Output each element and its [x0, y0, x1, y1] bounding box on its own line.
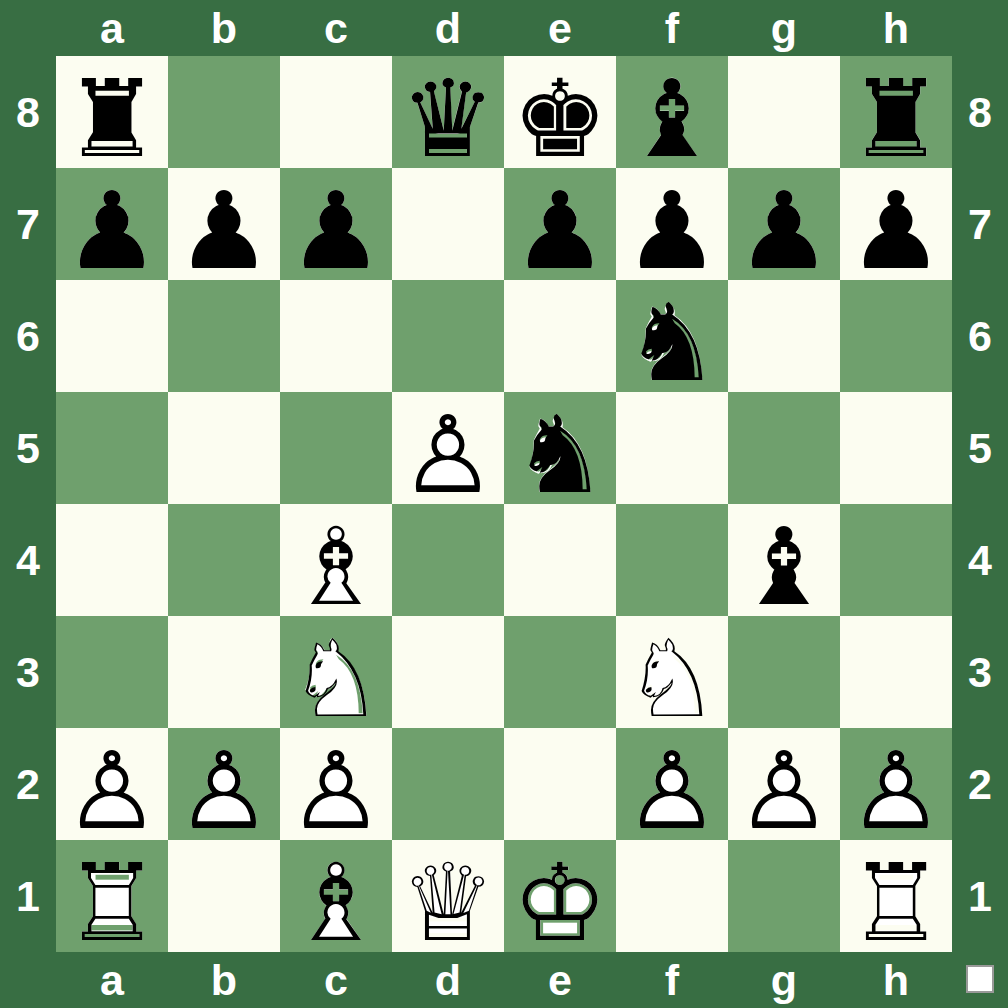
file-label-bottom-h: h	[840, 952, 952, 1008]
square-e1[interactable]: ♚♔	[504, 840, 616, 952]
piece-glyph-line: ♞	[504, 399, 616, 511]
file-label-bottom-d: d	[392, 952, 504, 1008]
square-d7[interactable]	[392, 168, 504, 280]
square-a7[interactable]: ♙♟	[56, 168, 168, 280]
square-e3[interactable]	[504, 616, 616, 728]
piece-black-king[interactable]: ♔♚	[504, 56, 616, 168]
rank-label-right-6: 6	[952, 280, 1008, 392]
rank-label-left-4: 4	[0, 504, 56, 616]
rank-label-left-5: 5	[0, 392, 56, 504]
square-g2[interactable]: ♟♙	[728, 728, 840, 840]
square-f3[interactable]: ♞♘	[616, 616, 728, 728]
rank-label-right-3: 3	[952, 616, 1008, 728]
piece-glyph-line: ♖	[840, 847, 952, 959]
file-label-bottom-e: e	[504, 952, 616, 1008]
piece-glyph-line: ♙	[728, 735, 840, 847]
piece-glyph-line: ♗	[280, 847, 392, 959]
piece-black-pawn[interactable]: ♙♟	[728, 168, 840, 280]
piece-glyph-line: ♟	[840, 175, 952, 287]
square-f7[interactable]: ♙♟	[616, 168, 728, 280]
square-e4[interactable]	[504, 504, 616, 616]
piece-glyph-line: ♟	[280, 175, 392, 287]
square-a1[interactable]: ♜♖	[56, 840, 168, 952]
square-h5[interactable]	[840, 392, 952, 504]
rank-label-right-7: 7	[952, 168, 1008, 280]
piece-black-pawn[interactable]: ♙♟	[168, 168, 280, 280]
file-label-bottom-b: b	[168, 952, 280, 1008]
square-c1[interactable]: ♝♗	[280, 840, 392, 952]
piece-white-pawn[interactable]: ♟♙	[168, 728, 280, 840]
square-d3[interactable]	[392, 616, 504, 728]
piece-white-pawn[interactable]: ♟♙	[728, 728, 840, 840]
square-c3[interactable]: ♞♘	[280, 616, 392, 728]
piece-glyph-line: ♟	[616, 175, 728, 287]
square-g3[interactable]	[728, 616, 840, 728]
square-b4[interactable]	[168, 504, 280, 616]
file-label-bottom-f: f	[616, 952, 728, 1008]
piece-glyph-line: ♜	[840, 63, 952, 175]
file-label-top-e: e	[504, 0, 616, 56]
square-e8[interactable]: ♔♚	[504, 56, 616, 168]
piece-glyph-line: ♚	[504, 63, 616, 175]
square-b1[interactable]	[168, 840, 280, 952]
square-b5[interactable]	[168, 392, 280, 504]
piece-black-rook[interactable]: ♖♜	[56, 56, 168, 168]
rank-label-right-1: 1	[952, 840, 1008, 952]
piece-glyph-line: ♕	[392, 847, 504, 959]
square-e2[interactable]	[504, 728, 616, 840]
piece-glyph-line: ♗	[280, 511, 392, 623]
piece-white-pawn[interactable]: ♟♙	[280, 728, 392, 840]
piece-glyph-line: ♙	[392, 399, 504, 511]
square-h8[interactable]: ♖♜	[840, 56, 952, 168]
white-to-move-indicator	[966, 965, 994, 993]
piece-glyph-line: ♔	[504, 847, 616, 959]
square-h3[interactable]	[840, 616, 952, 728]
piece-white-knight[interactable]: ♞♘	[616, 616, 728, 728]
square-c5[interactable]	[280, 392, 392, 504]
piece-glyph-line: ♟	[56, 175, 168, 287]
square-c2[interactable]: ♟♙	[280, 728, 392, 840]
rank-label-left-1: 1	[0, 840, 56, 952]
piece-glyph-line: ♖	[56, 847, 168, 959]
square-c4[interactable]: ♝♗	[280, 504, 392, 616]
square-a6[interactable]	[56, 280, 168, 392]
chess-board-frame: ♖♜♕♛♔♚♗♝♖♜♙♟♙♟♙♟♙♟♙♟♙♟♙♟♘♞♟♙♘♞♝♗♗♝♞♘♞♘♟♙…	[0, 0, 1008, 1008]
rank-label-left-7: 7	[0, 168, 56, 280]
piece-white-king[interactable]: ♚♔	[504, 840, 616, 952]
square-g4[interactable]: ♗♝	[728, 504, 840, 616]
square-f6[interactable]: ♘♞	[616, 280, 728, 392]
piece-black-pawn[interactable]: ♙♟	[56, 168, 168, 280]
piece-black-bishop[interactable]: ♗♝	[616, 56, 728, 168]
piece-glyph-line: ♘	[616, 623, 728, 735]
piece-glyph-line: ♞	[616, 287, 728, 399]
square-g7[interactable]: ♙♟	[728, 168, 840, 280]
rank-label-right-5: 5	[952, 392, 1008, 504]
file-label-top-g: g	[728, 0, 840, 56]
piece-white-pawn[interactable]: ♟♙	[392, 392, 504, 504]
piece-glyph-line: ♟	[728, 175, 840, 287]
piece-glyph-line: ♛	[392, 63, 504, 175]
piece-glyph-line: ♜	[56, 63, 168, 175]
square-d6[interactable]	[392, 280, 504, 392]
square-e7[interactable]: ♙♟	[504, 168, 616, 280]
piece-glyph-line: ♘	[280, 623, 392, 735]
piece-glyph-line: ♝	[616, 63, 728, 175]
file-label-top-a: a	[56, 0, 168, 56]
square-f4[interactable]	[616, 504, 728, 616]
file-label-bottom-g: g	[728, 952, 840, 1008]
file-label-top-h: h	[840, 0, 952, 56]
square-a4[interactable]	[56, 504, 168, 616]
file-label-bottom-c: c	[280, 952, 392, 1008]
file-label-bottom-a: a	[56, 952, 168, 1008]
square-b7[interactable]: ♙♟	[168, 168, 280, 280]
piece-black-knight[interactable]: ♘♞	[504, 392, 616, 504]
square-a5[interactable]	[56, 392, 168, 504]
square-c8[interactable]	[280, 56, 392, 168]
piece-black-rook[interactable]: ♖♜	[840, 56, 952, 168]
rank-label-right-4: 4	[952, 504, 1008, 616]
piece-black-pawn[interactable]: ♙♟	[840, 168, 952, 280]
piece-black-pawn[interactable]: ♙♟	[616, 168, 728, 280]
square-g6[interactable]	[728, 280, 840, 392]
file-label-top-c: c	[280, 0, 392, 56]
piece-white-pawn[interactable]: ♟♙	[840, 728, 952, 840]
rank-label-left-6: 6	[0, 280, 56, 392]
piece-white-bishop[interactable]: ♝♗	[280, 840, 392, 952]
square-d1[interactable]: ♛♕	[392, 840, 504, 952]
piece-white-pawn[interactable]: ♟♙	[56, 728, 168, 840]
piece-glyph-line: ♝	[728, 511, 840, 623]
square-d2[interactable]	[392, 728, 504, 840]
square-d8[interactable]: ♕♛	[392, 56, 504, 168]
file-label-top-f: f	[616, 0, 728, 56]
file-label-top-d: d	[392, 0, 504, 56]
rank-label-left-3: 3	[0, 616, 56, 728]
square-a3[interactable]	[56, 616, 168, 728]
piece-black-pawn[interactable]: ♙♟	[504, 168, 616, 280]
square-f1[interactable]	[616, 840, 728, 952]
rank-label-right-2: 2	[952, 728, 1008, 840]
square-c6[interactable]	[280, 280, 392, 392]
piece-glyph-line: ♟	[504, 175, 616, 287]
square-e5[interactable]: ♘♞	[504, 392, 616, 504]
piece-white-pawn[interactable]: ♟♙	[616, 728, 728, 840]
piece-white-bishop[interactable]: ♝♗	[280, 504, 392, 616]
square-d4[interactable]	[392, 504, 504, 616]
square-h7[interactable]: ♙♟	[840, 168, 952, 280]
piece-glyph-line: ♟	[168, 175, 280, 287]
square-f8[interactable]: ♗♝	[616, 56, 728, 168]
square-c7[interactable]: ♙♟	[280, 168, 392, 280]
rank-label-left-8: 8	[0, 56, 56, 168]
square-h1[interactable]: ♜♖	[840, 840, 952, 952]
square-a2[interactable]: ♟♙	[56, 728, 168, 840]
piece-glyph-line: ♙	[616, 735, 728, 847]
square-g8[interactable]	[728, 56, 840, 168]
file-label-top-b: b	[168, 0, 280, 56]
square-h6[interactable]	[840, 280, 952, 392]
piece-black-queen[interactable]: ♕♛	[392, 56, 504, 168]
piece-white-rook[interactable]: ♜♖	[56, 840, 168, 952]
piece-glyph-line: ♙	[168, 735, 280, 847]
square-d5[interactable]: ♟♙	[392, 392, 504, 504]
piece-black-bishop[interactable]: ♗♝	[728, 504, 840, 616]
chess-board: ♖♜♕♛♔♚♗♝♖♜♙♟♙♟♙♟♙♟♙♟♙♟♙♟♘♞♟♙♘♞♝♗♗♝♞♘♞♘♟♙…	[56, 56, 952, 952]
square-f2[interactable]: ♟♙	[616, 728, 728, 840]
square-g1[interactable]	[728, 840, 840, 952]
square-f5[interactable]	[616, 392, 728, 504]
piece-black-pawn[interactable]: ♙♟	[280, 168, 392, 280]
square-e6[interactable]	[504, 280, 616, 392]
piece-white-knight[interactable]: ♞♘	[280, 616, 392, 728]
square-b6[interactable]	[168, 280, 280, 392]
square-b2[interactable]: ♟♙	[168, 728, 280, 840]
square-a8[interactable]: ♖♜	[56, 56, 168, 168]
piece-black-knight[interactable]: ♘♞	[616, 280, 728, 392]
piece-glyph-line: ♙	[280, 735, 392, 847]
square-g5[interactable]	[728, 392, 840, 504]
piece-glyph-line: ♙	[56, 735, 168, 847]
square-b3[interactable]	[168, 616, 280, 728]
rank-label-right-8: 8	[952, 56, 1008, 168]
piece-white-rook[interactable]: ♜♖	[840, 840, 952, 952]
square-h2[interactable]: ♟♙	[840, 728, 952, 840]
square-h4[interactable]	[840, 504, 952, 616]
piece-glyph-line: ♙	[840, 735, 952, 847]
piece-white-queen[interactable]: ♛♕	[392, 840, 504, 952]
square-b8[interactable]	[168, 56, 280, 168]
rank-label-left-2: 2	[0, 728, 56, 840]
